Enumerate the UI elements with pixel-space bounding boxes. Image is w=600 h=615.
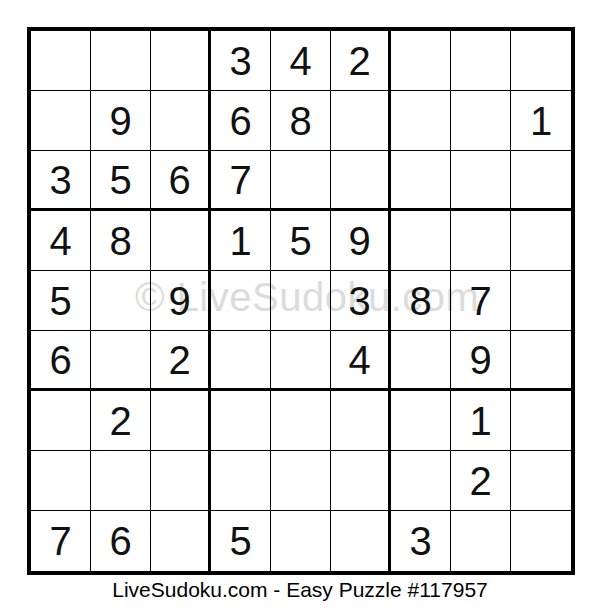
cell-r4c1[interactable]: 4 bbox=[31, 211, 91, 271]
cell-r7c1[interactable] bbox=[31, 391, 91, 451]
cell-r7c8[interactable]: 1 bbox=[451, 391, 511, 451]
given-digit: 6 bbox=[168, 160, 190, 200]
given-digit: 8 bbox=[289, 101, 311, 141]
cell-r8c6[interactable] bbox=[331, 451, 391, 511]
cell-r5c3[interactable]: 9 bbox=[151, 271, 211, 331]
given-digit: 7 bbox=[469, 281, 491, 321]
cell-r6c1[interactable]: 6 bbox=[31, 331, 91, 391]
cell-r3c6[interactable] bbox=[331, 151, 391, 211]
cell-r7c9[interactable] bbox=[511, 391, 571, 451]
cell-r1c4[interactable]: 3 bbox=[211, 31, 271, 91]
cell-r2c4[interactable]: 6 bbox=[211, 91, 271, 151]
cell-r8c2[interactable] bbox=[91, 451, 151, 511]
cell-r4c8[interactable] bbox=[451, 211, 511, 271]
cell-r9c5[interactable] bbox=[271, 511, 331, 571]
cell-r8c7[interactable] bbox=[391, 451, 451, 511]
given-digit: 5 bbox=[109, 160, 131, 200]
cell-r9c6[interactable] bbox=[331, 511, 391, 571]
given-digit: 4 bbox=[49, 221, 71, 261]
cell-r5c6[interactable]: 3 bbox=[331, 271, 391, 331]
given-digit: 9 bbox=[168, 281, 190, 321]
cell-r1c5[interactable]: 4 bbox=[271, 31, 331, 91]
given-digit: 3 bbox=[229, 41, 251, 81]
cell-r2c7[interactable] bbox=[391, 91, 451, 151]
cell-r6c5[interactable] bbox=[271, 331, 331, 391]
given-digit: 2 bbox=[469, 461, 491, 501]
cell-r8c1[interactable] bbox=[31, 451, 91, 511]
cell-r7c7[interactable] bbox=[391, 391, 451, 451]
cell-r3c7[interactable] bbox=[391, 151, 451, 211]
given-digit: 3 bbox=[409, 521, 431, 561]
cell-r8c8[interactable]: 2 bbox=[451, 451, 511, 511]
cell-r1c9[interactable] bbox=[511, 31, 571, 91]
given-digit: 7 bbox=[229, 160, 251, 200]
cell-r6c7[interactable] bbox=[391, 331, 451, 391]
cell-r1c8[interactable] bbox=[451, 31, 511, 91]
given-digit: 1 bbox=[530, 101, 552, 141]
cell-r2c9[interactable]: 1 bbox=[511, 91, 571, 151]
given-digit: 9 bbox=[109, 101, 131, 141]
cell-r7c5[interactable] bbox=[271, 391, 331, 451]
given-digit: 9 bbox=[348, 221, 370, 261]
given-digit: 1 bbox=[469, 401, 491, 441]
cell-r1c2[interactable] bbox=[91, 31, 151, 91]
cell-r2c2[interactable]: 9 bbox=[91, 91, 151, 151]
cell-r4c5[interactable]: 5 bbox=[271, 211, 331, 271]
given-digit: 1 bbox=[229, 221, 251, 261]
cell-r3c3[interactable]: 6 bbox=[151, 151, 211, 211]
cell-r7c2[interactable]: 2 bbox=[91, 391, 151, 451]
cell-r9c2[interactable]: 6 bbox=[91, 511, 151, 571]
cell-r6c4[interactable] bbox=[211, 331, 271, 391]
cell-r9c7[interactable]: 3 bbox=[391, 511, 451, 571]
cell-r3c2[interactable]: 5 bbox=[91, 151, 151, 211]
cell-r9c3[interactable] bbox=[151, 511, 211, 571]
cell-r6c9[interactable] bbox=[511, 331, 571, 391]
cell-r1c3[interactable] bbox=[151, 31, 211, 91]
cell-r6c3[interactable]: 2 bbox=[151, 331, 211, 391]
given-digit: 3 bbox=[49, 160, 71, 200]
cell-r4c6[interactable]: 9 bbox=[331, 211, 391, 271]
cell-r2c8[interactable] bbox=[451, 91, 511, 151]
sudoku-board: © LiveSudoku.com 34296813567481595938762… bbox=[27, 27, 575, 575]
cell-r5c7[interactable]: 8 bbox=[391, 271, 451, 331]
given-digit: 3 bbox=[348, 281, 370, 321]
given-digit: 7 bbox=[49, 521, 71, 561]
cell-r7c4[interactable] bbox=[211, 391, 271, 451]
cell-r2c3[interactable] bbox=[151, 91, 211, 151]
given-digit: 8 bbox=[409, 281, 431, 321]
cell-r7c6[interactable] bbox=[331, 391, 391, 451]
cell-r1c1[interactable] bbox=[31, 31, 91, 91]
cell-r8c5[interactable] bbox=[271, 451, 331, 511]
given-digit: 2 bbox=[348, 41, 370, 81]
cell-r5c2[interactable] bbox=[91, 271, 151, 331]
cell-r3c9[interactable] bbox=[511, 151, 571, 211]
cell-r2c1[interactable] bbox=[31, 91, 91, 151]
cell-r1c7[interactable] bbox=[391, 31, 451, 91]
cell-r6c6[interactable]: 4 bbox=[331, 331, 391, 391]
cell-r2c6[interactable] bbox=[331, 91, 391, 151]
cell-r9c9[interactable] bbox=[511, 511, 571, 571]
puzzle-caption: LiveSudoku.com - Easy Puzzle #117957 bbox=[0, 578, 600, 602]
given-digit: 2 bbox=[109, 401, 131, 441]
cell-r4c9[interactable] bbox=[511, 211, 571, 271]
cell-r4c2[interactable]: 8 bbox=[91, 211, 151, 271]
cell-r6c2[interactable] bbox=[91, 331, 151, 391]
given-digit: 8 bbox=[109, 221, 131, 261]
cell-r8c4[interactable] bbox=[211, 451, 271, 511]
given-digit: 4 bbox=[348, 340, 370, 380]
given-digit: 4 bbox=[289, 41, 311, 81]
given-digit: 6 bbox=[49, 340, 71, 380]
cell-r4c7[interactable] bbox=[391, 211, 451, 271]
cell-r3c4[interactable]: 7 bbox=[211, 151, 271, 211]
given-digit: 5 bbox=[229, 521, 251, 561]
cell-r5c9[interactable] bbox=[511, 271, 571, 331]
given-digit: 5 bbox=[49, 281, 71, 321]
given-digit: 2 bbox=[168, 340, 190, 380]
cell-r4c3[interactable] bbox=[151, 211, 211, 271]
cell-r8c3[interactable] bbox=[151, 451, 211, 511]
cell-r4c4[interactable]: 1 bbox=[211, 211, 271, 271]
cell-r5c4[interactable] bbox=[211, 271, 271, 331]
cell-r9c1[interactable]: 7 bbox=[31, 511, 91, 571]
cell-r9c4[interactable]: 5 bbox=[211, 511, 271, 571]
cell-r3c8[interactable] bbox=[451, 151, 511, 211]
cell-r1c6[interactable]: 2 bbox=[331, 31, 391, 91]
cell-r5c8[interactable]: 7 bbox=[451, 271, 511, 331]
cell-r3c5[interactable] bbox=[271, 151, 331, 211]
given-digit: 9 bbox=[469, 340, 491, 380]
cell-r6c8[interactable]: 9 bbox=[451, 331, 511, 391]
cell-r2c5[interactable]: 8 bbox=[271, 91, 331, 151]
cell-r7c3[interactable] bbox=[151, 391, 211, 451]
cell-r8c9[interactable] bbox=[511, 451, 571, 511]
given-digit: 5 bbox=[289, 221, 311, 261]
cell-r3c1[interactable]: 3 bbox=[31, 151, 91, 211]
cell-r5c1[interactable]: 5 bbox=[31, 271, 91, 331]
given-digit: 6 bbox=[229, 101, 251, 141]
cell-r5c5[interactable] bbox=[271, 271, 331, 331]
cell-r9c8[interactable] bbox=[451, 511, 511, 571]
given-digit: 6 bbox=[109, 521, 131, 561]
